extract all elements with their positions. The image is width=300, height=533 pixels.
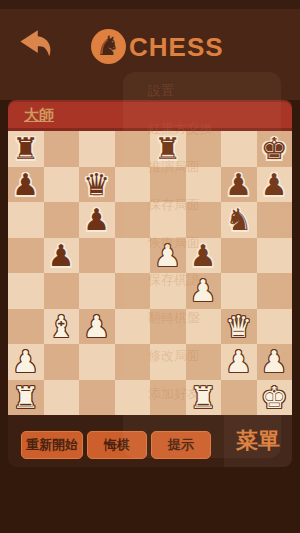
piece-white-bishop: ♝	[48, 309, 75, 344]
piece-white-queen: ♛	[225, 309, 252, 344]
square-f6[interactable]	[186, 202, 222, 238]
square-e5[interactable]: ♟	[150, 238, 186, 274]
piece-white-pawn: ♟	[261, 344, 288, 379]
square-e8[interactable]: ♜	[150, 131, 186, 167]
square-d2[interactable]	[115, 344, 151, 380]
piece-black-pawn: ♟	[48, 238, 75, 273]
app-header: ♞ CHESS	[0, 0, 300, 100]
square-c8[interactable]	[79, 131, 115, 167]
back-button[interactable]	[18, 28, 54, 60]
square-b1[interactable]	[44, 380, 80, 416]
square-h3[interactable]	[257, 309, 293, 345]
difficulty-label: 大師	[24, 106, 54, 125]
square-d5[interactable]	[115, 238, 151, 274]
square-c4[interactable]	[79, 273, 115, 309]
square-a4[interactable]	[8, 273, 44, 309]
piece-white-pawn: ♟	[225, 344, 252, 379]
square-e7[interactable]	[150, 167, 186, 203]
square-f7[interactable]	[186, 167, 222, 203]
piece-white-pawn: ♟	[83, 309, 110, 344]
square-c5[interactable]	[79, 238, 115, 274]
square-g7[interactable]: ♟	[221, 167, 257, 203]
square-f8[interactable]	[186, 131, 222, 167]
piece-black-pawn: ♟	[190, 238, 217, 273]
square-a8[interactable]: ♜	[8, 131, 44, 167]
piece-white-rook: ♜	[12, 380, 39, 415]
square-d4[interactable]	[115, 273, 151, 309]
square-g4[interactable]	[221, 273, 257, 309]
square-a3[interactable]	[8, 309, 44, 345]
square-b4[interactable]	[44, 273, 80, 309]
piece-black-rook: ♜	[154, 131, 181, 166]
square-e3[interactable]	[150, 309, 186, 345]
square-f1[interactable]: ♜	[186, 380, 222, 416]
square-e2[interactable]	[150, 344, 186, 380]
square-h8[interactable]: ♚	[257, 131, 293, 167]
difficulty-bar[interactable]: 大師	[8, 100, 292, 131]
piece-black-pawn: ♟	[12, 167, 39, 202]
restart-button[interactable]: 重新開始	[21, 431, 83, 459]
square-h1[interactable]: ♚	[257, 380, 293, 416]
square-a7[interactable]: ♟	[8, 167, 44, 203]
square-g8[interactable]	[221, 131, 257, 167]
status-bar	[0, 0, 300, 9]
square-c7[interactable]: ♛	[79, 167, 115, 203]
piece-black-rook: ♜	[12, 131, 39, 166]
app-logo: ♞	[91, 29, 126, 64]
square-d1[interactable]	[115, 380, 151, 416]
square-f2[interactable]	[186, 344, 222, 380]
square-b5[interactable]: ♟	[44, 238, 80, 274]
chess-board[interactable]: ♜♜♚♟♛♟♟♟♞♟♟♟♟♝♟♛♟♟♟♜♜♚	[8, 131, 292, 415]
square-d8[interactable]	[115, 131, 151, 167]
square-c2[interactable]	[79, 344, 115, 380]
square-f4[interactable]: ♟	[186, 273, 222, 309]
square-b8[interactable]	[44, 131, 80, 167]
piece-black-king: ♚	[261, 131, 288, 166]
undo-button[interactable]: 悔棋	[87, 431, 147, 459]
square-d7[interactable]	[115, 167, 151, 203]
square-f3[interactable]	[186, 309, 222, 345]
square-g5[interactable]	[221, 238, 257, 274]
back-arrow-icon	[18, 28, 54, 60]
menu-button[interactable]: 菜單	[224, 415, 292, 467]
menu-label: 菜單	[236, 426, 280, 456]
square-a6[interactable]	[8, 202, 44, 238]
square-d6[interactable]	[115, 202, 151, 238]
square-e6[interactable]	[150, 202, 186, 238]
square-h7[interactable]: ♟	[257, 167, 293, 203]
piece-black-knight: ♞	[225, 202, 252, 237]
square-c1[interactable]	[79, 380, 115, 416]
piece-white-pawn: ♟	[154, 238, 181, 273]
square-h5[interactable]	[257, 238, 293, 274]
piece-black-pawn: ♟	[83, 202, 110, 237]
piece-black-pawn: ♟	[225, 167, 252, 202]
square-e1[interactable]	[150, 380, 186, 416]
square-b6[interactable]	[44, 202, 80, 238]
hint-button[interactable]: 提示	[151, 431, 211, 459]
square-h6[interactable]	[257, 202, 293, 238]
square-e4[interactable]	[150, 273, 186, 309]
square-h4[interactable]	[257, 273, 293, 309]
square-h2[interactable]: ♟	[257, 344, 293, 380]
piece-black-queen: ♛	[83, 167, 110, 202]
piece-white-pawn: ♟	[12, 344, 39, 379]
square-a1[interactable]: ♜	[8, 380, 44, 416]
square-g1[interactable]	[221, 380, 257, 416]
piece-white-king: ♚	[261, 380, 288, 415]
piece-white-rook: ♜	[190, 380, 217, 415]
bottom-toolbar: 重新開始 悔棋 提示 菜單	[8, 415, 292, 467]
piece-white-pawn: ♟	[190, 273, 217, 308]
square-d3[interactable]	[115, 309, 151, 345]
knight-logo-icon: ♞	[96, 32, 120, 59]
square-g2[interactable]: ♟	[221, 344, 257, 380]
square-f5[interactable]: ♟	[186, 238, 222, 274]
square-b7[interactable]	[44, 167, 80, 203]
square-c3[interactable]: ♟	[79, 309, 115, 345]
square-a2[interactable]: ♟	[8, 344, 44, 380]
square-g6[interactable]: ♞	[221, 202, 257, 238]
square-b3[interactable]: ♝	[44, 309, 80, 345]
square-b2[interactable]	[44, 344, 80, 380]
app-title: CHESS	[129, 32, 224, 63]
square-g3[interactable]: ♛	[221, 309, 257, 345]
square-a5[interactable]	[8, 238, 44, 274]
piece-black-pawn: ♟	[261, 167, 288, 202]
square-c6[interactable]: ♟	[79, 202, 115, 238]
